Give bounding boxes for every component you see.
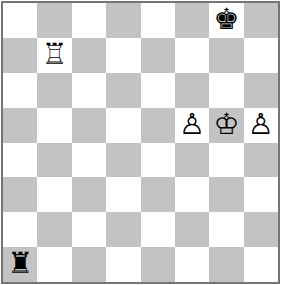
white-pawn-piece: ♙ bbox=[179, 110, 205, 139]
square-c4[interactable] bbox=[72, 143, 106, 178]
square-d1[interactable] bbox=[106, 247, 140, 282]
black-king-piece: ♚ bbox=[213, 5, 239, 34]
square-h6[interactable] bbox=[244, 73, 278, 108]
square-a1[interactable]: ♜ bbox=[3, 247, 37, 282]
square-g2[interactable] bbox=[209, 212, 243, 247]
square-a4[interactable] bbox=[3, 143, 37, 178]
square-b2[interactable] bbox=[37, 212, 71, 247]
square-b8[interactable] bbox=[37, 3, 71, 38]
square-e3[interactable] bbox=[141, 177, 175, 212]
square-g3[interactable] bbox=[209, 177, 243, 212]
square-a8[interactable] bbox=[3, 3, 37, 38]
square-c1[interactable] bbox=[72, 247, 106, 282]
square-e6[interactable] bbox=[141, 73, 175, 108]
square-b3[interactable] bbox=[37, 177, 71, 212]
square-a3[interactable] bbox=[3, 177, 37, 212]
square-c7[interactable] bbox=[72, 38, 106, 73]
square-b6[interactable] bbox=[37, 73, 71, 108]
square-h7[interactable] bbox=[244, 38, 278, 73]
square-h8[interactable] bbox=[244, 3, 278, 38]
white-king-piece: ♔ bbox=[213, 110, 239, 139]
black-rook-piece: ♜ bbox=[7, 249, 33, 278]
square-c3[interactable] bbox=[72, 177, 106, 212]
square-c2[interactable] bbox=[72, 212, 106, 247]
square-d3[interactable] bbox=[106, 177, 140, 212]
white-rook-piece: ♖ bbox=[42, 40, 68, 69]
square-d7[interactable] bbox=[106, 38, 140, 73]
square-f3[interactable] bbox=[175, 177, 209, 212]
square-f2[interactable] bbox=[175, 212, 209, 247]
chess-board: ♚♖♙♔♙♜ bbox=[1, 1, 280, 284]
square-c8[interactable] bbox=[72, 3, 106, 38]
square-f4[interactable] bbox=[175, 143, 209, 178]
square-e1[interactable] bbox=[141, 247, 175, 282]
square-h5[interactable]: ♙ bbox=[244, 108, 278, 143]
square-e8[interactable] bbox=[141, 3, 175, 38]
square-e7[interactable] bbox=[141, 38, 175, 73]
square-h3[interactable] bbox=[244, 177, 278, 212]
square-d2[interactable] bbox=[106, 212, 140, 247]
square-h4[interactable] bbox=[244, 143, 278, 178]
square-e2[interactable] bbox=[141, 212, 175, 247]
square-g4[interactable] bbox=[209, 143, 243, 178]
square-c5[interactable] bbox=[72, 108, 106, 143]
square-a2[interactable] bbox=[3, 212, 37, 247]
square-g7[interactable] bbox=[209, 38, 243, 73]
square-f8[interactable] bbox=[175, 3, 209, 38]
square-g1[interactable] bbox=[209, 247, 243, 282]
chess-diagram: ♚♖♙♔♙♜ bbox=[0, 0, 281, 285]
square-f1[interactable] bbox=[175, 247, 209, 282]
white-pawn-piece: ♙ bbox=[248, 110, 274, 139]
square-h2[interactable] bbox=[244, 212, 278, 247]
square-a7[interactable] bbox=[3, 38, 37, 73]
square-f5[interactable]: ♙ bbox=[175, 108, 209, 143]
square-b4[interactable] bbox=[37, 143, 71, 178]
square-g5[interactable]: ♔ bbox=[209, 108, 243, 143]
square-a5[interactable] bbox=[3, 108, 37, 143]
square-f6[interactable] bbox=[175, 73, 209, 108]
square-d5[interactable] bbox=[106, 108, 140, 143]
square-b5[interactable] bbox=[37, 108, 71, 143]
square-e5[interactable] bbox=[141, 108, 175, 143]
square-e4[interactable] bbox=[141, 143, 175, 178]
square-f7[interactable] bbox=[175, 38, 209, 73]
square-d4[interactable] bbox=[106, 143, 140, 178]
square-c6[interactable] bbox=[72, 73, 106, 108]
square-d8[interactable] bbox=[106, 3, 140, 38]
square-d6[interactable] bbox=[106, 73, 140, 108]
square-h1[interactable] bbox=[244, 247, 278, 282]
square-a6[interactable] bbox=[3, 73, 37, 108]
square-b1[interactable] bbox=[37, 247, 71, 282]
square-g8[interactable]: ♚ bbox=[209, 3, 243, 38]
square-b7[interactable]: ♖ bbox=[37, 38, 71, 73]
square-g6[interactable] bbox=[209, 73, 243, 108]
